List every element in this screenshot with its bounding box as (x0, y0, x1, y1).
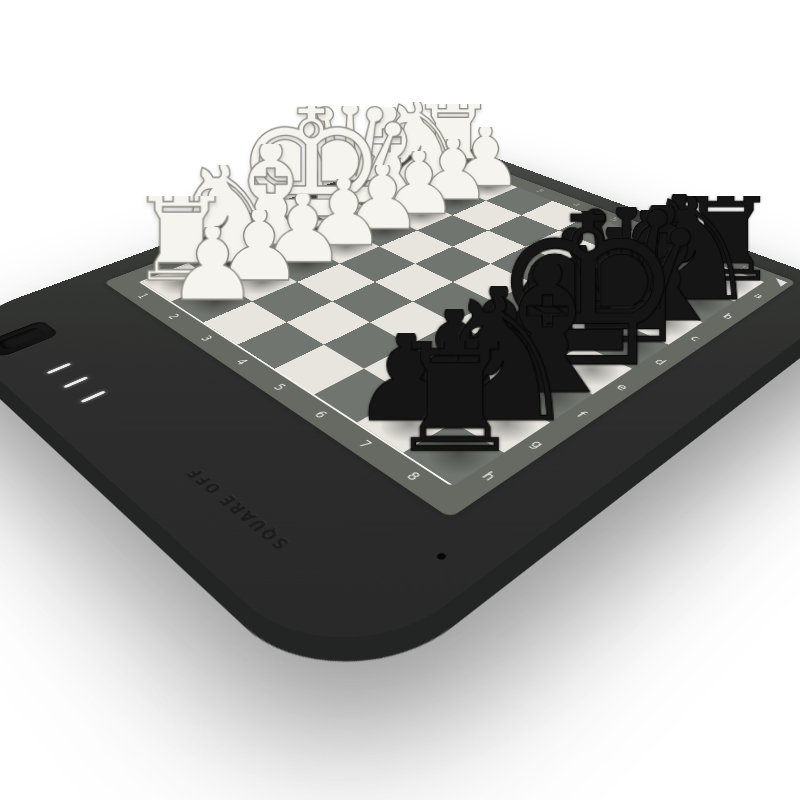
led-indicators (47, 361, 132, 421)
piece-white-knight-b1: ♞ (320, 102, 521, 188)
led-dash (63, 376, 88, 388)
square-e3 (340, 247, 415, 282)
chessboard-3d: SQUARE OFF 1122334455667788hhggffeeddccb… (104, 152, 797, 518)
led-dash (47, 363, 72, 374)
frame-badge-recess (0, 327, 47, 351)
product-photo-scene: SQUARE OFF 1122334455667788hhggffeeddccb… (0, 0, 800, 800)
led-dash (80, 391, 105, 403)
brand-logo-text: SQUARE OFF (173, 457, 294, 552)
